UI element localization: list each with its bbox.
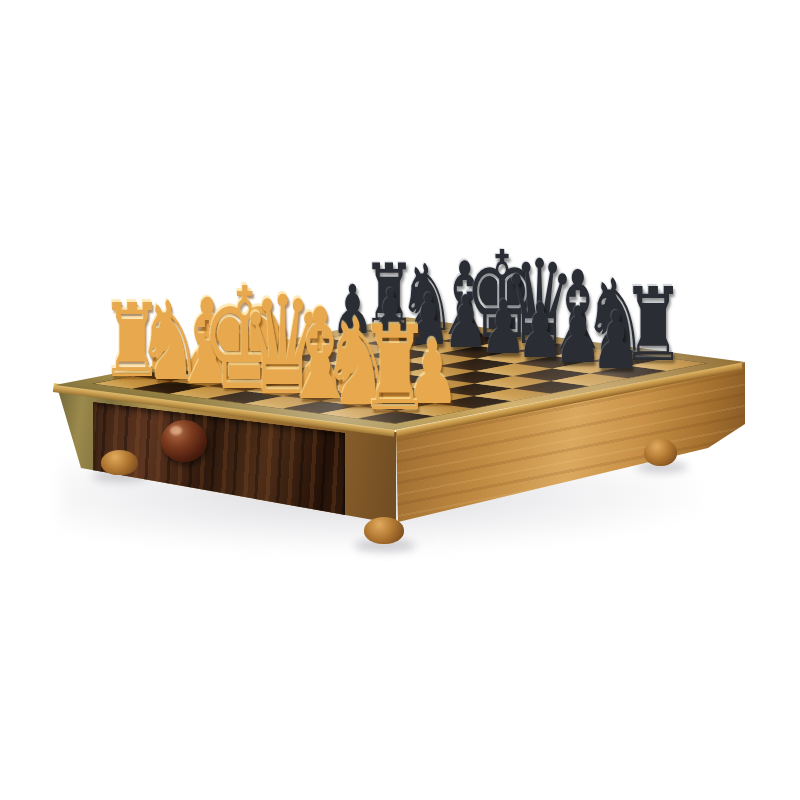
piece-white-rook[interactable]: ♜: [354, 310, 435, 427]
chess-set-photo: ♜♞♝♛♚♝♞♜♟♟♟♟♟♟♟♟♟♟♟♟♟♟♟♟♜♞♝♛♚♝♞♜: [0, 0, 800, 800]
pieces-layer: ♜♞♝♛♚♝♞♜♟♟♟♟♟♟♟♟♟♟♟♟♟♟♟♟♜♞♝♛♚♝♞♜: [0, 0, 800, 800]
piece-black-pawn[interactable]: ♟: [588, 301, 643, 381]
